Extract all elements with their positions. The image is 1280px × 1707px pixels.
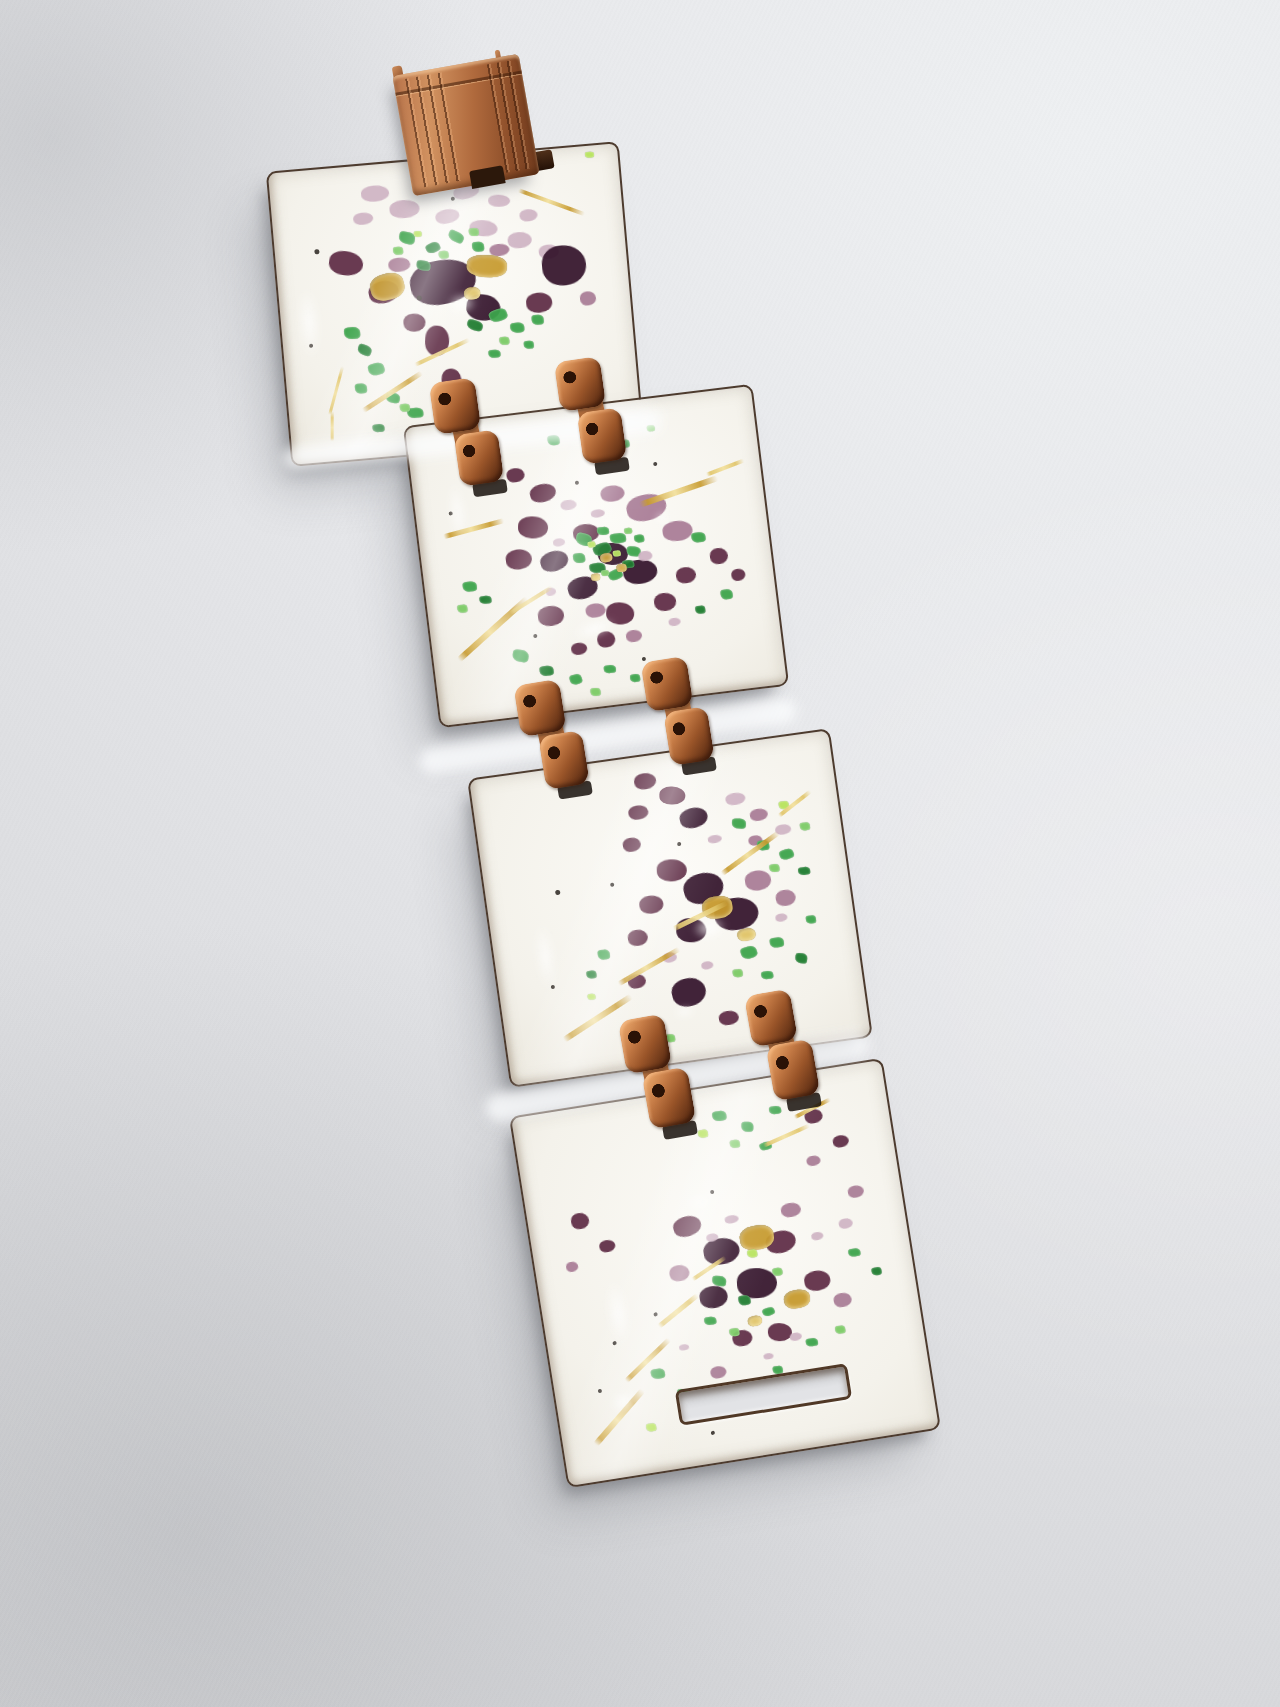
mauve-enamel-spot bbox=[579, 291, 596, 306]
clasp-ridges-right bbox=[487, 60, 533, 173]
plum-enamel-spot-dark bbox=[678, 804, 710, 830]
green-glass-chip bbox=[770, 937, 785, 949]
mauve-enamel-spot bbox=[847, 1185, 865, 1199]
green-glass-chip bbox=[630, 674, 641, 683]
plum-enamel-spot bbox=[570, 1211, 590, 1230]
copper-clasp bbox=[392, 54, 539, 196]
yellow-green-chip bbox=[413, 231, 421, 238]
green-glass-chip bbox=[848, 1248, 861, 1258]
green-glass-chip-light bbox=[590, 688, 601, 697]
copper-link-upper bbox=[640, 656, 693, 713]
plum-enamel-spot bbox=[525, 291, 553, 313]
black-speck bbox=[677, 842, 682, 847]
copper-link-lower bbox=[641, 1066, 696, 1129]
copper-link-upper bbox=[513, 679, 567, 738]
green-glass-chip-light bbox=[835, 1325, 846, 1334]
plum-enamel-spot bbox=[659, 787, 685, 805]
green-glass-chip bbox=[761, 970, 774, 980]
gold-vein bbox=[331, 411, 334, 441]
green-glass-chip bbox=[597, 526, 610, 535]
green-glass-chip bbox=[610, 532, 627, 544]
black-speck bbox=[555, 890, 561, 896]
pink-enamel-fleck bbox=[724, 1214, 739, 1224]
green-glass-chip bbox=[741, 1121, 753, 1131]
green-glass-chip bbox=[778, 847, 795, 861]
green-glass-chip-dark bbox=[695, 605, 706, 614]
plum-enamel-spot bbox=[638, 894, 664, 915]
green-glass-chip bbox=[367, 362, 386, 378]
green-glass-chip bbox=[805, 915, 816, 924]
mauve-enamel-spot bbox=[668, 1263, 690, 1282]
pink-enamel-fleck bbox=[590, 509, 605, 519]
green-glass-chip bbox=[447, 229, 466, 245]
pink-enamel-fleck bbox=[668, 617, 681, 626]
black-speck bbox=[314, 249, 319, 254]
green-glass-chip-light bbox=[799, 822, 810, 831]
mauve-enamel-spot bbox=[585, 602, 607, 618]
pink-enamel-fleck bbox=[724, 792, 745, 807]
yellow-green-chip bbox=[612, 550, 621, 557]
plum-enamel-spot bbox=[657, 859, 688, 882]
green-glass-chip-dark bbox=[356, 343, 373, 357]
pink-enamel-fleck bbox=[838, 1218, 853, 1230]
green-glass-chip-light bbox=[392, 246, 403, 255]
pink-enamel-fleck bbox=[353, 211, 374, 225]
yellow-green-chip bbox=[585, 151, 594, 158]
mauve-enamel-spot bbox=[625, 629, 642, 643]
mauve-enamel-spot bbox=[749, 807, 768, 821]
green-glass-chip bbox=[354, 383, 367, 394]
mauve-enamel-spot bbox=[387, 257, 410, 273]
green-glass-chip-light bbox=[624, 527, 633, 534]
green-glass-chip-dark bbox=[871, 1267, 882, 1276]
green-glass-chip-dark bbox=[797, 866, 810, 876]
pink-enamel-fleck bbox=[811, 1231, 824, 1241]
copper-link-lower bbox=[454, 429, 505, 487]
green-glass-chip-light bbox=[399, 404, 410, 413]
pink-enamel-fleck bbox=[763, 1353, 774, 1360]
pink-enamel-fleck bbox=[701, 960, 714, 970]
specular-glare bbox=[602, 1279, 634, 1346]
photo-surface bbox=[0, 0, 1280, 1707]
pink-enamel-fleck bbox=[389, 198, 420, 219]
yellow-green-chip bbox=[747, 1249, 758, 1258]
green-glass-chip-light bbox=[769, 864, 780, 873]
plum-enamel-spot bbox=[506, 467, 526, 483]
plum-enamel-spot bbox=[518, 516, 548, 539]
green-glass-chip bbox=[344, 327, 361, 340]
mauve-enamel-spot bbox=[709, 1365, 727, 1379]
pink-enamel-fleck bbox=[360, 185, 389, 203]
pink-enamel-fleck bbox=[553, 538, 566, 547]
copper-link-lower bbox=[577, 407, 628, 465]
green-glass-chip bbox=[597, 949, 610, 961]
pink-enamel-fleck bbox=[638, 550, 653, 562]
green-glass-chip-light bbox=[457, 604, 468, 613]
green-glass-chip bbox=[603, 664, 616, 673]
green-glass-chip bbox=[720, 589, 733, 600]
specular-glare bbox=[610, 1389, 639, 1415]
green-glass-chip-light bbox=[468, 228, 479, 237]
green-glass-chip bbox=[711, 1110, 726, 1122]
mauve-enamel-spot bbox=[566, 1261, 579, 1273]
green-glass-chip-light bbox=[438, 251, 449, 260]
plum-enamel-spot bbox=[675, 566, 697, 584]
pink-enamel-fleck bbox=[708, 834, 723, 844]
green-glass-chip bbox=[703, 1316, 716, 1326]
black-speck bbox=[641, 657, 645, 661]
mauve-enamel-spot bbox=[780, 1201, 802, 1218]
mauve-enamel-spot bbox=[661, 519, 693, 543]
plum-enamel-spot bbox=[718, 1010, 740, 1027]
green-glass-chip bbox=[512, 649, 530, 663]
black-speck bbox=[451, 196, 455, 200]
green-glass-chip-dark bbox=[465, 319, 483, 333]
black-speck bbox=[610, 883, 615, 888]
black-speck bbox=[653, 1312, 658, 1317]
plum-enamel-spot bbox=[571, 642, 588, 656]
green-glass-chip bbox=[572, 552, 585, 563]
green-glass-chip-light bbox=[499, 336, 510, 345]
enamel-panel-3 bbox=[467, 728, 873, 1088]
pink-enamel-fleck bbox=[774, 912, 787, 922]
green-glass-chip bbox=[569, 673, 583, 686]
green-glass-chip bbox=[768, 1106, 781, 1116]
green-glass-chip-dark bbox=[372, 423, 385, 432]
plum-enamel-spot bbox=[403, 312, 426, 332]
plum-enamel-spot bbox=[537, 604, 565, 627]
plum-enamel-spot bbox=[633, 771, 657, 790]
green-glass-chip bbox=[740, 945, 759, 961]
pink-enamel-fleck bbox=[560, 499, 577, 511]
pink-enamel-fleck bbox=[519, 209, 538, 223]
mauve-enamel-spot bbox=[833, 1291, 853, 1308]
mauve-enamel-spot bbox=[775, 889, 797, 908]
gold-foil-fleck bbox=[783, 1288, 811, 1310]
specular-glare bbox=[295, 287, 323, 359]
buckle-slot bbox=[674, 1364, 851, 1427]
black-speck bbox=[597, 1388, 602, 1393]
plum-enamel-spot bbox=[803, 1269, 832, 1293]
specular-glare bbox=[685, 1193, 713, 1211]
pale-gold-fleck bbox=[590, 573, 600, 581]
green-glass-chip bbox=[731, 818, 745, 828]
green-glass-chip bbox=[650, 1368, 665, 1380]
plum-enamel-spot bbox=[598, 1239, 616, 1253]
green-glass-chip bbox=[691, 532, 706, 544]
plum-enamel-spot bbox=[627, 928, 649, 947]
plum-enamel-spot bbox=[622, 837, 642, 853]
yellow-green-chip bbox=[697, 1129, 708, 1138]
black-speck bbox=[574, 481, 578, 485]
plum-enamel-spot bbox=[653, 592, 677, 613]
enamel-panel-4 bbox=[509, 1058, 941, 1489]
green-glass-chip-dark bbox=[795, 952, 808, 963]
copper-link-lower bbox=[765, 1038, 820, 1101]
gold-vein bbox=[639, 475, 718, 507]
pink-enamel-fleck bbox=[488, 194, 510, 206]
copper-link-lower bbox=[663, 706, 715, 766]
gold-vein bbox=[706, 459, 745, 477]
mauve-enamel-spot bbox=[600, 484, 626, 503]
specular-glare bbox=[531, 923, 560, 991]
green-glass-chip bbox=[805, 1337, 818, 1347]
plum-enamel-spot bbox=[731, 568, 746, 582]
copper-link-upper bbox=[429, 377, 482, 435]
plum-enamel-spot bbox=[832, 1135, 850, 1149]
gold-foil-fleck bbox=[466, 254, 507, 278]
gold-vein bbox=[617, 947, 680, 986]
plum-enamel-spot-dark bbox=[698, 1284, 729, 1310]
gold-vein bbox=[362, 370, 423, 412]
green-glass-chip bbox=[462, 581, 477, 593]
pink-enamel-fleck bbox=[678, 1344, 689, 1351]
plum-enamel-spot bbox=[768, 1323, 792, 1341]
green-glass-chip-light bbox=[732, 968, 743, 977]
plum-enamel-spot-dark bbox=[540, 243, 587, 287]
pale-gold-fleck bbox=[737, 927, 756, 941]
plum-enamel-spot bbox=[328, 250, 365, 278]
plum-enamel-spot bbox=[528, 481, 558, 505]
pink-enamel-fleck bbox=[434, 208, 460, 226]
green-glass-chip-dark bbox=[738, 1294, 751, 1306]
green-glass-chip-dark bbox=[586, 970, 597, 979]
plum-enamel-spot bbox=[671, 1213, 704, 1240]
green-glass-chip bbox=[523, 340, 534, 349]
black-speck bbox=[653, 462, 657, 466]
pink-enamel-fleck bbox=[789, 1332, 802, 1342]
specular-glare bbox=[673, 1004, 696, 1019]
copper-link-upper bbox=[618, 1013, 673, 1074]
green-glass-chip-dark bbox=[479, 595, 492, 604]
green-glass-chip bbox=[488, 349, 501, 358]
green-glass-chip-light bbox=[772, 1267, 783, 1276]
green-glass-chip bbox=[509, 322, 524, 333]
pale-gold-fleck bbox=[748, 1315, 763, 1327]
mauve-enamel-spot bbox=[806, 1155, 821, 1167]
green-glass-chip-light bbox=[601, 570, 610, 577]
yellow-green-chip bbox=[587, 541, 596, 548]
plum-enamel-spot-dark bbox=[538, 547, 571, 574]
black-speck bbox=[710, 1431, 715, 1436]
clasp-ridges-left bbox=[405, 72, 462, 187]
black-speck bbox=[710, 1190, 715, 1195]
gold-vein bbox=[763, 1123, 810, 1147]
yellow-green-chip bbox=[587, 993, 596, 1000]
plum-enamel-spot bbox=[505, 548, 533, 571]
green-glass-chip-dark bbox=[539, 665, 554, 677]
pink-enamel-fleck bbox=[507, 231, 532, 249]
gold-vein bbox=[328, 366, 344, 415]
green-glass-chip-light bbox=[729, 1139, 740, 1148]
black-speck bbox=[533, 634, 537, 638]
gold-vein bbox=[657, 1293, 699, 1328]
plum-enamel-spot bbox=[627, 805, 649, 822]
mauve-enamel-spot bbox=[743, 868, 772, 891]
green-glass-chip bbox=[472, 241, 485, 252]
yellow-green-chip bbox=[645, 1423, 656, 1432]
green-glass-chip bbox=[634, 534, 645, 543]
copper-link-upper bbox=[554, 356, 607, 412]
plum-enamel-spot bbox=[709, 547, 729, 565]
copper-link-lower bbox=[538, 730, 590, 790]
green-glass-chip bbox=[531, 315, 544, 326]
copper-link-upper bbox=[744, 988, 798, 1047]
green-glass-chip bbox=[762, 1305, 776, 1317]
